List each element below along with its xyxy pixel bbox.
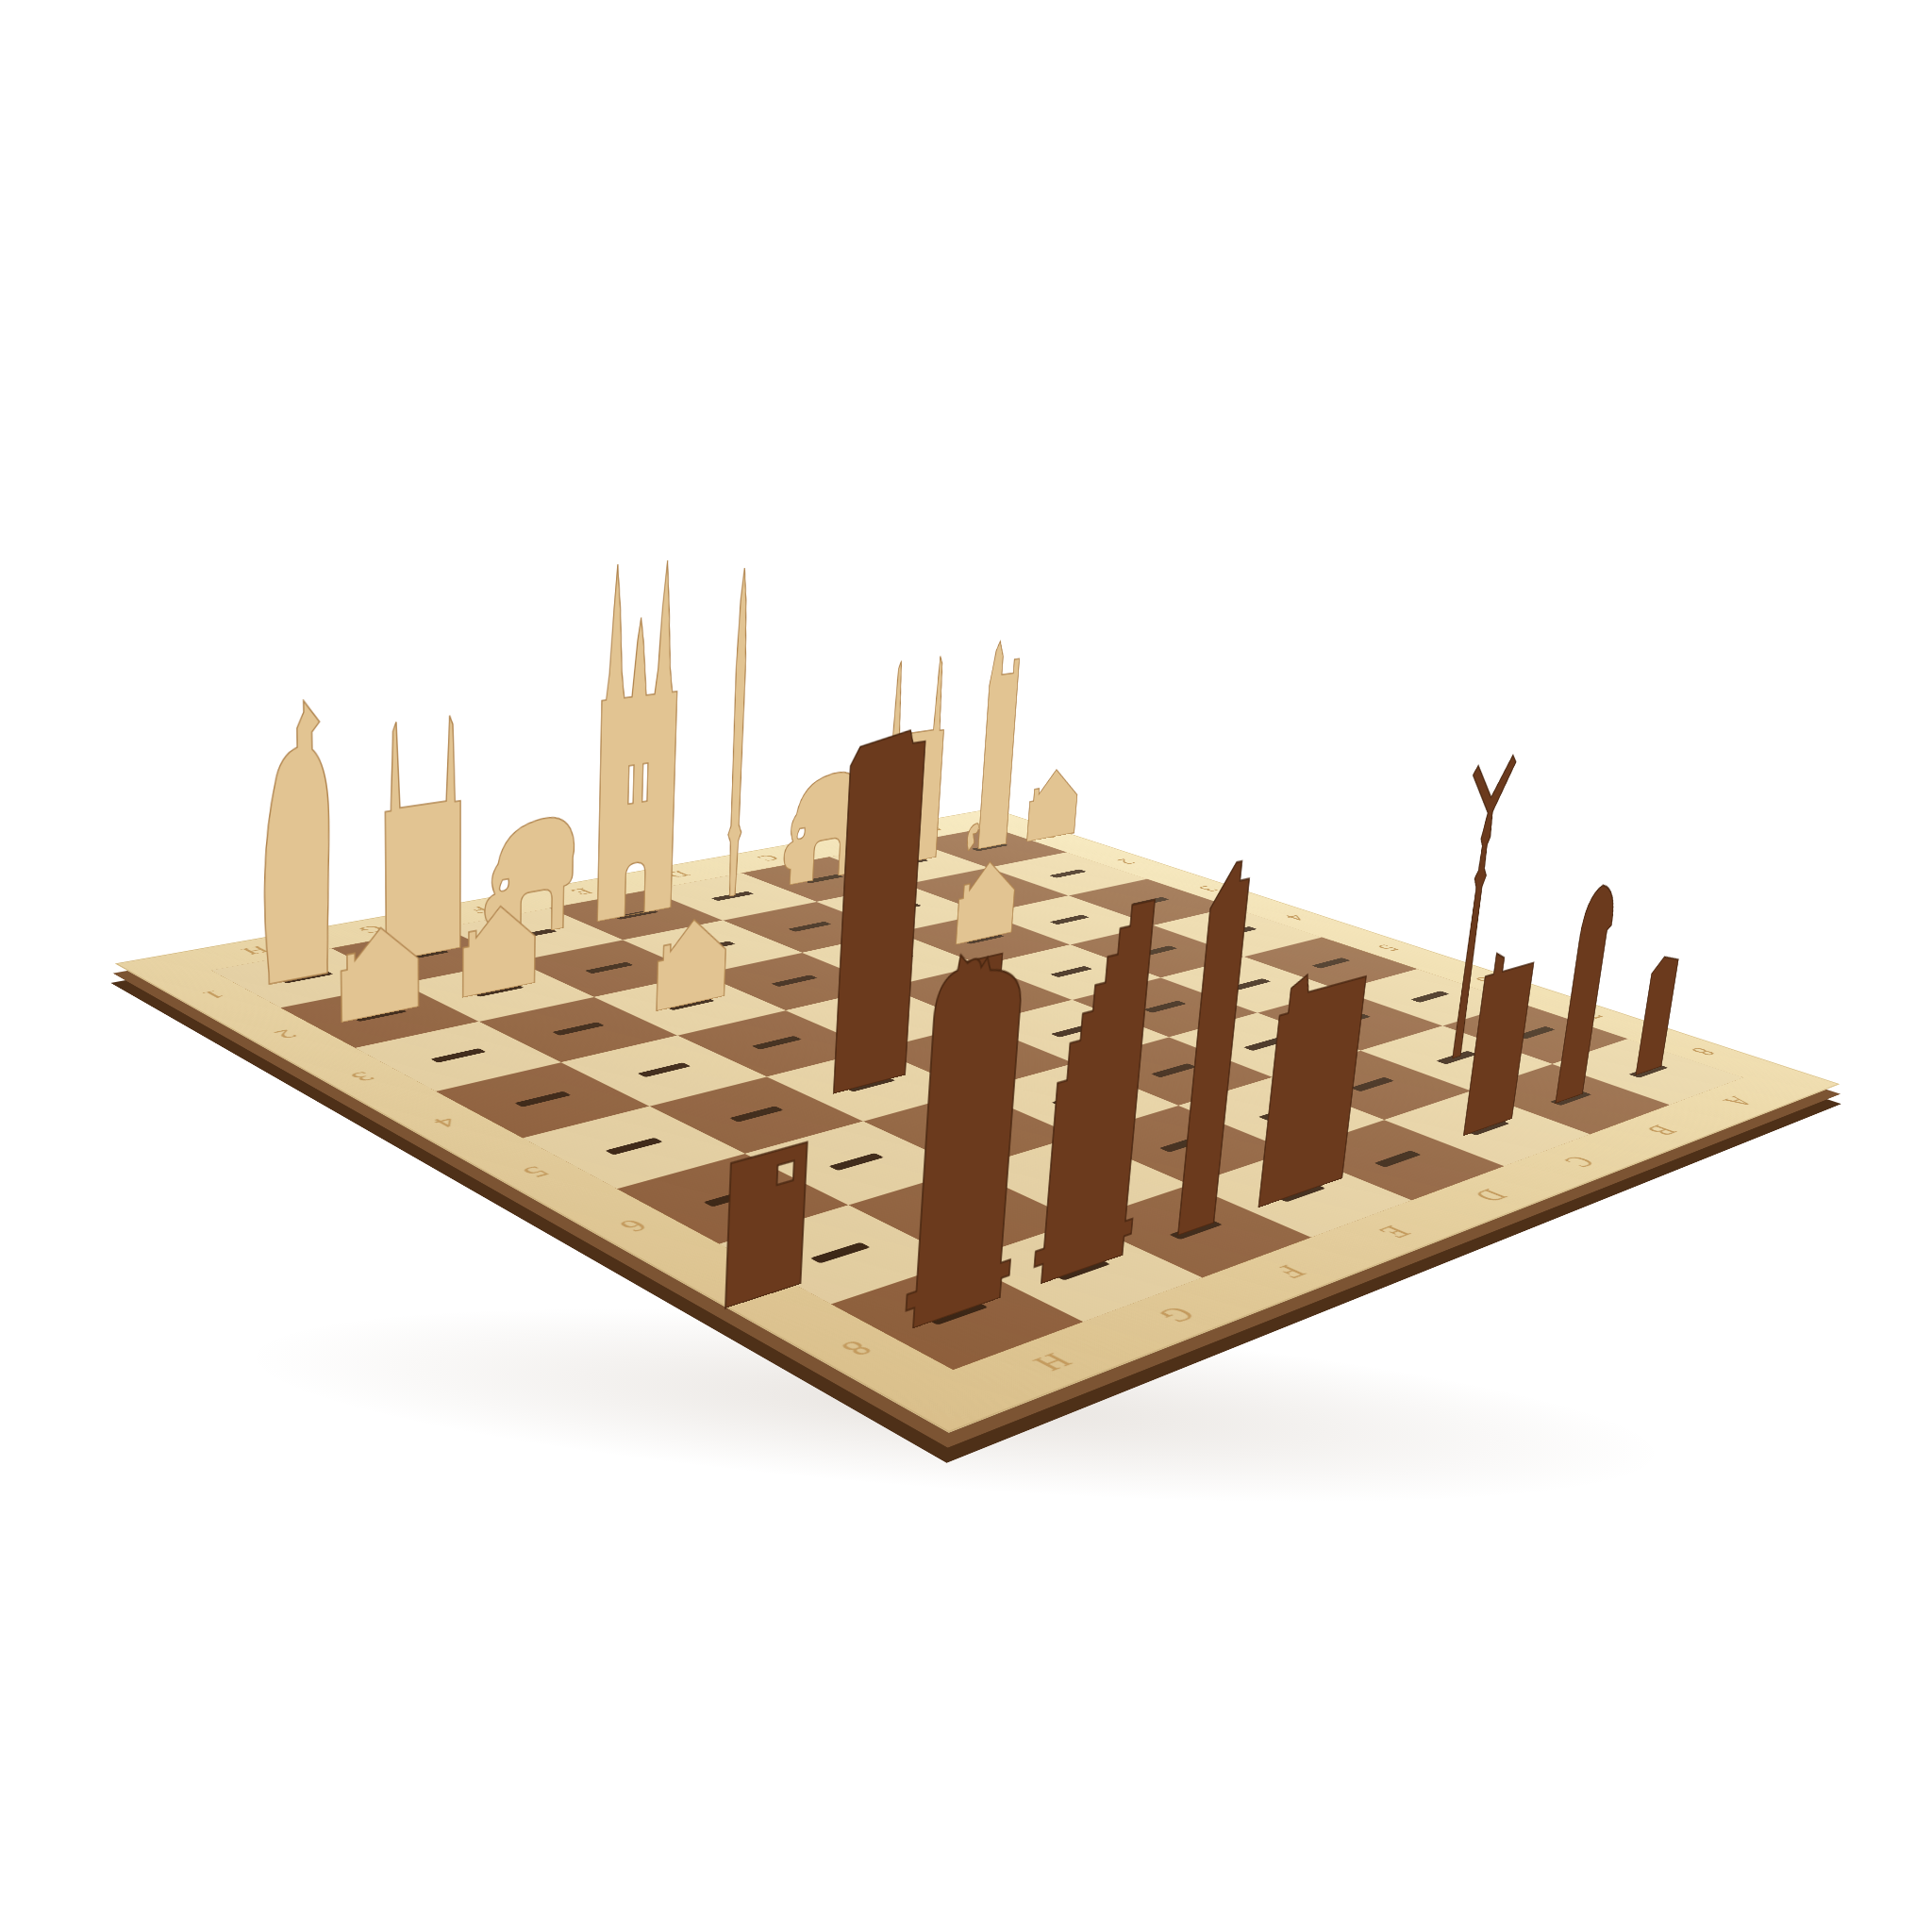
piece-white-pawn-f3-silhouette	[652, 902, 730, 1012]
piece-slot	[828, 1153, 884, 1171]
offboard-piece-white-pawn-silhouette	[1024, 757, 1082, 842]
chessboard: AABBCCDDEEFFGGHH1122334455667788	[115, 808, 1840, 1433]
piece-white-pawn-h2-silhouette	[335, 909, 422, 1024]
piece-white-queen-d1-silhouette	[721, 563, 757, 898]
piece-slot	[771, 974, 818, 987]
piece-slot	[729, 1106, 784, 1122]
piece-slot	[1049, 869, 1087, 877]
perspective-scene: AABBCCDDEEFFGGHH1122334455667788	[0, 0, 1932, 1932]
piece-slot	[514, 1091, 571, 1108]
photo-stage: AABBCCDDEEFFGGHH1122334455667788	[0, 0, 1932, 1932]
offboard-piece-black-pawn-silhouette	[718, 1128, 817, 1311]
piece-slot	[430, 1048, 486, 1062]
piece-slot	[605, 1138, 663, 1155]
piece-slot	[810, 1242, 871, 1263]
piece-white-king-e1-silhouette	[591, 552, 691, 924]
piece-white-pawn-g2-silhouette	[458, 889, 540, 999]
